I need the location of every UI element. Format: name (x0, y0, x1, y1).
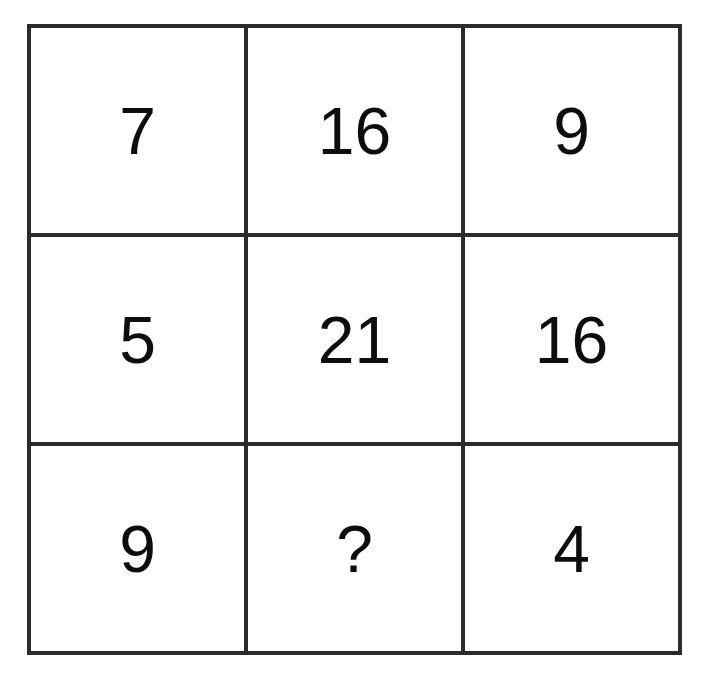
grid-cell-r1c1: 7 (31, 28, 244, 233)
puzzle-grid: 7 16 9 5 21 16 9 ? 4 (27, 24, 682, 655)
grid-cell-r3c2-unknown: ? (248, 446, 461, 651)
grid-cell-r1c2: 16 (248, 28, 461, 233)
grid-cell-r1c3: 9 (465, 28, 678, 233)
grid-cell-r2c1: 5 (31, 237, 244, 442)
grid-cell-r2c3: 16 (465, 237, 678, 442)
grid-cell-r3c3: 4 (465, 446, 678, 651)
grid-cell-r2c2: 21 (248, 237, 461, 442)
grid-cell-r3c1: 9 (31, 446, 244, 651)
